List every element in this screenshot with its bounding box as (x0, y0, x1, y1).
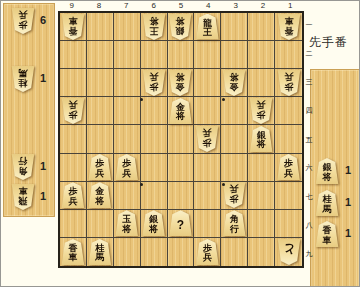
board-cell-2九[interactable] (248, 238, 275, 266)
file-labels: 987654321 (58, 1, 304, 11)
board-cell-7三[interactable] (114, 69, 141, 97)
piece-金将[interactable]: 金将 (88, 182, 112, 208)
file-label: 1 (277, 1, 304, 11)
board-cell-5三[interactable]: 金将 (168, 69, 195, 97)
piece-glyph: 香 (284, 25, 293, 35)
file-label: 7 (113, 1, 140, 11)
board-cell-5九[interactable] (168, 238, 195, 266)
board-cell-3九[interactable] (221, 238, 248, 266)
board-cell-5四[interactable]: 金将 (168, 97, 195, 125)
board-cell-8一[interactable] (87, 13, 114, 41)
rank-label: 九 (305, 240, 314, 269)
board-cell-9六[interactable] (60, 154, 87, 182)
star-point (222, 98, 225, 101)
piece-桂馬[interactable]: 桂馬 (11, 66, 35, 92)
board-cell-1五[interactable] (275, 125, 302, 153)
board-cell-8四[interactable] (87, 97, 114, 125)
piece-角行[interactable]: 角行 (222, 210, 246, 236)
piece-glyph: 王 (203, 28, 212, 38)
piece-glyph: 将 (176, 16, 185, 26)
piece-玉将[interactable]: 玉将 (115, 210, 139, 236)
piece-glyph: と (282, 244, 294, 256)
piece-glyph: 歩 (68, 109, 77, 119)
rank-label: 四 (305, 97, 314, 126)
piece-香車[interactable]: 香車 (315, 221, 339, 247)
piece-glyph: 兵 (284, 169, 293, 179)
piece-glyph: 兵 (203, 253, 212, 263)
sente-hand-tray: 銀将1桂馬1香車1 (310, 69, 360, 287)
board-cell-3六[interactable] (221, 154, 248, 182)
board-cell-7六[interactable]: 歩兵 (114, 154, 141, 182)
board-cell-8九[interactable]: 桂馬 (87, 238, 114, 266)
piece-銀将[interactable]: 銀将 (249, 126, 273, 152)
board-cell-2七[interactable] (248, 182, 275, 210)
piece-glyph: 将 (176, 72, 185, 82)
board-cell-8八[interactable] (87, 210, 114, 238)
sente-hand-count-香車: 1 (345, 227, 351, 239)
piece-glyph: 歩 (203, 137, 212, 147)
piece-金将[interactable]: 金将 (222, 70, 246, 96)
board-cell-2五[interactable]: 銀将 (248, 125, 275, 153)
board-cell-6九[interactable] (141, 238, 168, 266)
piece-glyph: 車 (68, 253, 77, 263)
file-label: 6 (140, 1, 167, 11)
board-cell-3一[interactable] (221, 13, 248, 41)
board-cell-1二[interactable] (275, 41, 302, 69)
piece-glyph: 車 (284, 16, 293, 26)
piece-歩兵[interactable]: 歩兵 (277, 70, 301, 96)
piece-glyph: 兵 (122, 169, 131, 179)
rank-label: 五 (305, 125, 314, 154)
board-cell-8七[interactable]: 金将 (87, 182, 114, 210)
piece-銀将[interactable]: 銀将 (142, 210, 166, 236)
piece-glyph: 兵 (68, 197, 77, 207)
piece-香車[interactable]: 香車 (61, 239, 85, 265)
piece-金将[interactable]: 金将 (168, 70, 192, 96)
shogi-app: 歩兵6桂馬1角行1飛車1 銀将1桂馬1香車1 987654321 一二三四五六七… (0, 0, 360, 287)
star-point (140, 183, 143, 186)
piece-glyph: 兵 (230, 184, 239, 194)
board-cell-6四[interactable] (141, 97, 168, 125)
board-cell-4二[interactable] (194, 41, 221, 69)
piece-glyph: 将 (95, 197, 104, 207)
board-cell-4七[interactable] (194, 182, 221, 210)
piece-glyph: 将 (323, 173, 332, 183)
piece-歩兵[interactable]: 歩兵 (249, 98, 273, 124)
board-cell-7七[interactable] (114, 182, 141, 210)
sente-hand-count-桂馬: 1 (345, 196, 351, 208)
gote-hand-count-飛車: 1 (40, 190, 46, 202)
board-cell-6六[interactable] (141, 154, 168, 182)
gote-hand-count-桂馬: 1 (40, 72, 46, 84)
board-cell-5二[interactable] (168, 41, 195, 69)
sente-hand-count-銀将: 1 (345, 164, 351, 176)
piece-hidden[interactable]: ? (168, 210, 192, 236)
piece-歩兵[interactable]: 歩兵 (195, 126, 219, 152)
board-cell-9二[interactable] (60, 41, 87, 69)
star-point (140, 98, 143, 101)
piece-glyph: 車 (323, 236, 332, 246)
piece-と[interactable]: と (277, 239, 301, 265)
gote-hand-count-角行: 1 (40, 160, 46, 172)
piece-glyph: 将 (230, 72, 239, 82)
piece-glyph: 車 (19, 186, 28, 196)
piece-歩兵[interactable]: 歩兵 (88, 154, 112, 180)
board-cell-7二[interactable] (114, 41, 141, 69)
shogi-board[interactable]: 香車王将銀将龍王香車歩兵金将金将歩兵歩兵金将歩兵歩兵銀将歩兵歩兵歩兵歩兵金将歩兵… (58, 11, 304, 268)
piece-glyph: 馬 (323, 205, 332, 215)
board-cell-2二[interactable] (248, 41, 275, 69)
board-cell-9一[interactable]: 香車 (60, 13, 87, 41)
piece-金将[interactable]: 金将 (168, 98, 192, 124)
board-cell-2六[interactable] (248, 154, 275, 182)
board-cell-7八[interactable]: 玉将 (114, 210, 141, 238)
piece-glyph: 兵 (203, 128, 212, 138)
board-cell-5一[interactable]: 銀将 (168, 13, 195, 41)
board-cell-4四[interactable] (194, 97, 221, 125)
file-label: 8 (85, 1, 112, 11)
piece-glyph: 歩 (149, 81, 158, 91)
board-cell-2八[interactable] (248, 210, 275, 238)
board-cell-8二[interactable] (87, 41, 114, 69)
piece-桂馬[interactable]: 桂馬 (88, 239, 112, 265)
board-cell-8六[interactable]: 歩兵 (87, 154, 114, 182)
file-label: 5 (167, 1, 194, 11)
board-cell-3二[interactable] (221, 41, 248, 69)
star-point (222, 183, 225, 186)
piece-glyph: 桂 (19, 78, 28, 88)
piece-glyph: 王 (149, 25, 158, 35)
piece-歩兵[interactable]: 歩兵 (142, 70, 166, 96)
file-label: 4 (195, 1, 222, 11)
board-cell-5五[interactable] (168, 125, 195, 153)
piece-glyph: 金 (230, 81, 239, 91)
piece-歩兵[interactable]: 歩兵 (222, 182, 246, 208)
gote-hand-count-歩兵: 6 (40, 14, 46, 26)
piece-glyph: 将 (149, 16, 158, 26)
board-cell-1九[interactable]: と (275, 238, 302, 266)
piece-歩兵[interactable]: 歩兵 (11, 8, 35, 34)
piece-glyph: 行 (19, 156, 28, 166)
turn-indicator: 先手番 (309, 34, 348, 51)
board-cell-1六[interactable]: 歩兵 (275, 154, 302, 182)
piece-歩兵[interactable]: 歩兵 (61, 98, 85, 124)
piece-飛車[interactable]: 飛車 (11, 184, 35, 210)
board-cell-6一[interactable]: 王将 (141, 13, 168, 41)
piece-glyph: ? (177, 219, 184, 231)
piece-香車[interactable]: 香車 (277, 14, 301, 40)
board-cell-7五[interactable] (114, 125, 141, 153)
board-cell-1一[interactable]: 香車 (275, 13, 302, 41)
board-cell-9九[interactable]: 香車 (60, 238, 87, 266)
board-cell-8三[interactable] (87, 69, 114, 97)
board-cell-6五[interactable] (141, 125, 168, 153)
board-cell-2四[interactable]: 歩兵 (248, 97, 275, 125)
piece-glyph: 兵 (149, 72, 158, 82)
board-cell-8五[interactable] (87, 125, 114, 153)
board-cell-2三[interactable] (248, 69, 275, 97)
gote-hand-tray: 歩兵6桂馬1角行1飛車1 (3, 3, 55, 217)
board-cell-1三[interactable]: 歩兵 (275, 69, 302, 97)
piece-glyph: 兵 (95, 169, 104, 179)
piece-glyph: 香 (68, 25, 77, 35)
piece-glyph: 馬 (19, 68, 28, 78)
piece-glyph: 将 (176, 112, 185, 122)
board-cell-4六[interactable] (194, 154, 221, 182)
board-cell-1七[interactable] (275, 182, 302, 210)
piece-歩兵[interactable]: 歩兵 (277, 154, 301, 180)
piece-glyph: 将 (257, 140, 266, 150)
board-cell-9八[interactable] (60, 210, 87, 238)
board-cell-9四[interactable]: 歩兵 (60, 97, 87, 125)
piece-glyph: 兵 (257, 100, 266, 110)
piece-glyph: 角 (19, 166, 28, 176)
piece-glyph: 馬 (95, 253, 104, 263)
piece-glyph: 歩 (19, 20, 28, 30)
piece-glyph: 行 (230, 225, 239, 235)
piece-歩兵[interactable]: 歩兵 (195, 239, 219, 265)
board-cell-3五[interactable] (221, 125, 248, 153)
piece-glyph: 兵 (19, 10, 28, 20)
board-cell-1八[interactable] (275, 210, 302, 238)
board-cell-6二[interactable] (141, 41, 168, 69)
piece-王将[interactable]: 王将 (142, 14, 166, 40)
piece-glyph: 兵 (284, 72, 293, 82)
board-cell-4一[interactable]: 龍王 (194, 13, 221, 41)
board-cell-4八[interactable] (194, 210, 221, 238)
piece-glyph: 金 (176, 81, 185, 91)
file-label: 9 (58, 1, 85, 11)
board-cell-4三[interactable] (194, 69, 221, 97)
board-cell-3八[interactable]: 角行 (221, 210, 248, 238)
file-label: 3 (222, 1, 249, 11)
piece-glyph: 兵 (68, 100, 77, 110)
piece-歩兵[interactable]: 歩兵 (61, 182, 85, 208)
board-cell-4九[interactable]: 歩兵 (194, 238, 221, 266)
piece-glyph: 飛 (19, 196, 28, 206)
board-cell-3三[interactable]: 金将 (221, 69, 248, 97)
board-cell-7一[interactable] (114, 13, 141, 41)
board-cell-5七[interactable] (168, 182, 195, 210)
piece-glyph: 歩 (284, 81, 293, 91)
board-cell-4五[interactable]: 歩兵 (194, 125, 221, 153)
rank-label: 七 (305, 182, 314, 211)
board-cell-9三[interactable] (60, 69, 87, 97)
piece-glyph: 車 (68, 16, 77, 26)
board-cell-2一[interactable] (248, 13, 275, 41)
piece-銀将[interactable]: 銀将 (168, 14, 192, 40)
file-label: 2 (249, 1, 276, 11)
board-cell-5六[interactable] (168, 154, 195, 182)
piece-角行[interactable]: 角行 (11, 154, 35, 180)
piece-歩兵[interactable]: 歩兵 (115, 154, 139, 180)
board-cell-6八[interactable]: 銀将 (141, 210, 168, 238)
rank-label: 三 (305, 68, 314, 97)
board-cell-7九[interactable] (114, 238, 141, 266)
board-cell-3七[interactable]: 歩兵 (221, 182, 248, 210)
piece-glyph: 将 (122, 225, 131, 235)
rank-label: 六 (305, 154, 314, 183)
board-cell-9五[interactable] (60, 125, 87, 153)
board-cell-5八[interactable]: ? (168, 210, 195, 238)
rank-label: 八 (305, 211, 314, 240)
piece-龍王[interactable]: 龍王 (195, 14, 219, 40)
piece-桂馬[interactable]: 桂馬 (315, 190, 339, 216)
piece-glyph: 歩 (230, 194, 239, 204)
piece-glyph: 銀 (176, 25, 185, 35)
piece-銀将[interactable]: 銀将 (315, 158, 339, 184)
piece-glyph: 歩 (257, 109, 266, 119)
board-cell-6三[interactable]: 歩兵 (141, 69, 168, 97)
piece-香車[interactable]: 香車 (61, 14, 85, 40)
board-cell-7四[interactable] (114, 97, 141, 125)
board-cell-6七[interactable] (141, 182, 168, 210)
piece-glyph: 将 (149, 225, 158, 235)
board-cell-3四[interactable] (221, 97, 248, 125)
board-cell-1四[interactable] (275, 97, 302, 125)
board-cell-9七[interactable]: 歩兵 (60, 182, 87, 210)
